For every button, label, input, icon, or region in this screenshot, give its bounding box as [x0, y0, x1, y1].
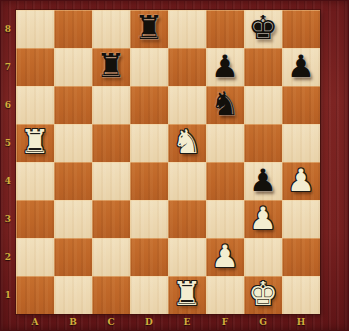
rank-labels: 87654321 — [0, 10, 16, 314]
file-labels: ABCDEFGH — [16, 313, 320, 331]
file-label-h: H — [282, 313, 320, 331]
square-b1[interactable] — [54, 276, 92, 314]
square-a4[interactable] — [16, 162, 54, 200]
file-label-d: D — [130, 313, 168, 331]
black-rook[interactable]: ♜ — [96, 47, 126, 85]
square-h2[interactable] — [282, 238, 320, 276]
rank-label-2: 2 — [0, 238, 16, 276]
rank-label-4: 4 — [0, 162, 16, 200]
square-e6[interactable] — [168, 86, 206, 124]
square-a1[interactable] — [16, 276, 54, 314]
square-g1[interactable]: ♚ — [244, 276, 282, 314]
square-b2[interactable] — [54, 238, 92, 276]
rank-label-3: 3 — [0, 200, 16, 238]
square-a6[interactable] — [16, 86, 54, 124]
square-b7[interactable] — [54, 48, 92, 86]
square-a5[interactable]: ♜ — [16, 124, 54, 162]
square-d3[interactable] — [130, 200, 168, 238]
square-h3[interactable] — [282, 200, 320, 238]
square-b5[interactable] — [54, 124, 92, 162]
rank-label-6: 6 — [0, 86, 16, 124]
rank-label-5: 5 — [0, 124, 16, 162]
square-c1[interactable] — [92, 276, 130, 314]
square-f5[interactable] — [206, 124, 244, 162]
white-pawn[interactable]: ♟ — [249, 199, 277, 237]
square-c2[interactable] — [92, 238, 130, 276]
square-d2[interactable] — [130, 238, 168, 276]
square-c4[interactable] — [92, 162, 130, 200]
file-label-b: B — [54, 313, 92, 331]
black-pawn[interactable]: ♟ — [249, 161, 277, 199]
square-h5[interactable] — [282, 124, 320, 162]
square-d1[interactable] — [130, 276, 168, 314]
square-c3[interactable] — [92, 200, 130, 238]
white-rook[interactable]: ♜ — [172, 275, 202, 313]
square-g5[interactable] — [244, 124, 282, 162]
file-label-g: G — [244, 313, 282, 331]
file-label-f: F — [206, 313, 244, 331]
white-rook[interactable]: ♜ — [20, 123, 50, 161]
square-f4[interactable] — [206, 162, 244, 200]
square-d8[interactable]: ♜ — [130, 10, 168, 48]
square-g7[interactable] — [244, 48, 282, 86]
square-b6[interactable] — [54, 86, 92, 124]
square-b4[interactable] — [54, 162, 92, 200]
square-g6[interactable] — [244, 86, 282, 124]
square-e8[interactable] — [168, 10, 206, 48]
rank-label-1: 1 — [0, 276, 16, 314]
square-e1[interactable]: ♜ — [168, 276, 206, 314]
square-a3[interactable] — [16, 200, 54, 238]
file-label-c: C — [92, 313, 130, 331]
square-c5[interactable] — [92, 124, 130, 162]
square-d4[interactable] — [130, 162, 168, 200]
square-h4[interactable]: ♟ — [282, 162, 320, 200]
square-c8[interactable] — [92, 10, 130, 48]
file-label-e: E — [168, 313, 206, 331]
square-h1[interactable] — [282, 276, 320, 314]
black-pawn[interactable]: ♟ — [211, 47, 239, 85]
square-b3[interactable] — [54, 200, 92, 238]
square-e3[interactable] — [168, 200, 206, 238]
square-e2[interactable] — [168, 238, 206, 276]
square-a8[interactable] — [16, 10, 54, 48]
white-pawn[interactable]: ♟ — [211, 237, 239, 275]
black-king[interactable]: ♚ — [248, 9, 278, 47]
black-pawn[interactable]: ♟ — [287, 47, 315, 85]
square-f3[interactable] — [206, 200, 244, 238]
square-c6[interactable] — [92, 86, 130, 124]
black-rook[interactable]: ♜ — [134, 9, 164, 47]
square-a2[interactable] — [16, 238, 54, 276]
square-f7[interactable]: ♟ — [206, 48, 244, 86]
white-knight[interactable]: ♞ — [172, 123, 202, 161]
square-d7[interactable] — [130, 48, 168, 86]
rank-label-8: 8 — [0, 10, 16, 48]
square-f6[interactable]: ♞ — [206, 86, 244, 124]
square-a7[interactable] — [16, 48, 54, 86]
white-pawn[interactable]: ♟ — [287, 161, 315, 199]
square-h6[interactable] — [282, 86, 320, 124]
black-knight[interactable]: ♞ — [210, 85, 240, 123]
square-b8[interactable] — [54, 10, 92, 48]
square-g3[interactable]: ♟ — [244, 200, 282, 238]
square-f8[interactable] — [206, 10, 244, 48]
rank-label-7: 7 — [0, 48, 16, 86]
square-d6[interactable] — [130, 86, 168, 124]
square-e4[interactable] — [168, 162, 206, 200]
square-g2[interactable] — [244, 238, 282, 276]
square-d5[interactable] — [130, 124, 168, 162]
square-c7[interactable]: ♜ — [92, 48, 130, 86]
board[interactable]: ♜♚♜♟♟♞♜♞♟♟♟♟♜♚ — [16, 10, 320, 314]
white-king[interactable]: ♚ — [248, 275, 278, 313]
file-label-a: A — [16, 313, 54, 331]
square-e7[interactable] — [168, 48, 206, 86]
square-h8[interactable] — [282, 10, 320, 48]
square-h7[interactable]: ♟ — [282, 48, 320, 86]
square-f2[interactable]: ♟ — [206, 238, 244, 276]
square-f1[interactable] — [206, 276, 244, 314]
square-g4[interactable]: ♟ — [244, 162, 282, 200]
square-g8[interactable]: ♚ — [244, 10, 282, 48]
chess-board-frame: 87654321 ♜♚♜♟♟♞♜♞♟♟♟♟♜♚ ABCDEFGH — [0, 0, 349, 331]
square-e5[interactable]: ♞ — [168, 124, 206, 162]
